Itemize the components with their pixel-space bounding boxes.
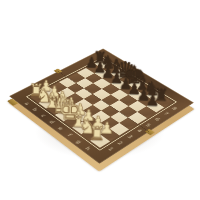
- piece-black-pawn[interactable]: ♟: [138, 93, 168, 109]
- chessboard-scene: ♜♞♝♛♚♝♞♜♟♟♟♟♟♟♟♟♟♟♟♟♟♟♟♟♜♞♝♛♚♝♞♜ abcdefg…: [0, 0, 200, 200]
- chessboard: ♜♞♝♛♚♝♞♜♟♟♟♟♟♟♟♟♟♟♟♟♟♟♟♟♜♞♝♛♚♝♞♜ abcdefg…: [9, 49, 194, 164]
- product-photo-stage: ♜♞♝♛♚♝♞♜♟♟♟♟♟♟♟♟♟♟♟♟♟♟♟♟♜♞♝♛♚♝♞♜ abcdefg…: [0, 0, 200, 200]
- piece-white-rook[interactable]: ♜: [81, 124, 113, 144]
